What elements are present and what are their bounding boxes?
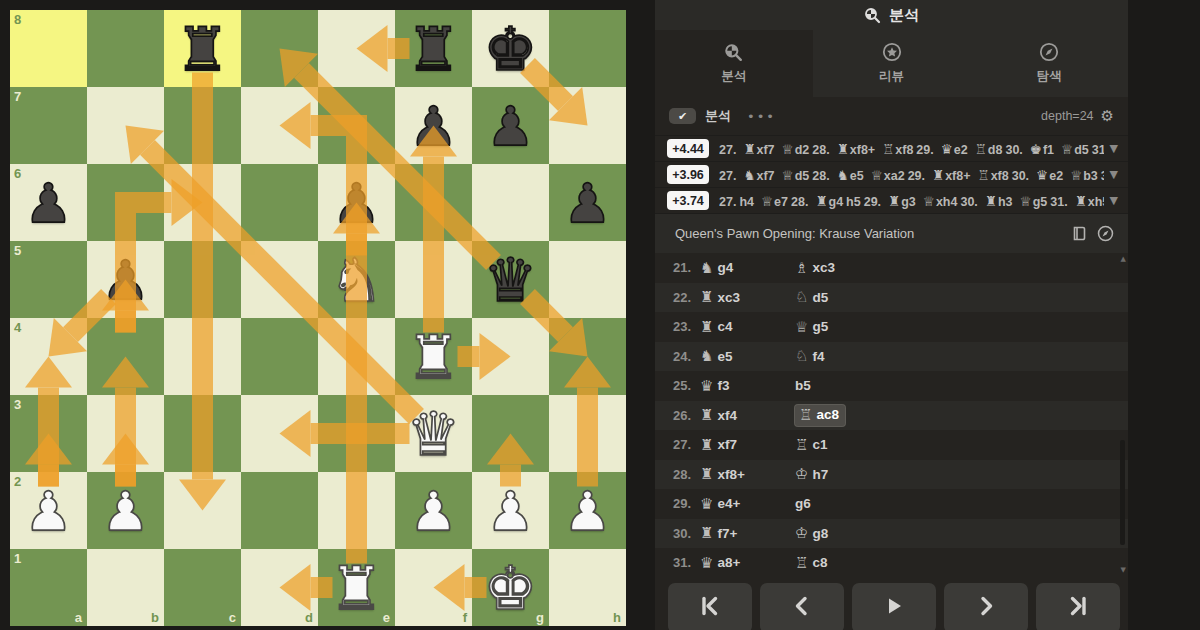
move-number: 24. bbox=[655, 349, 700, 364]
analysis-magnifier-icon bbox=[724, 43, 743, 62]
move-row-31: 31.♛a8+♖c8 bbox=[655, 548, 1128, 578]
black-piece-figurine: ♕ bbox=[1061, 141, 1073, 157]
move-text: e7 bbox=[774, 195, 788, 209]
square-a6[interactable]: 6 bbox=[10, 164, 87, 241]
square-e2[interactable] bbox=[318, 472, 395, 549]
move-number: 27. bbox=[655, 437, 700, 452]
move-text: d5 bbox=[1074, 143, 1089, 157]
skip-to-start-icon bbox=[699, 595, 721, 617]
white-piece-figurine: ♛ bbox=[1036, 167, 1048, 183]
eval-badge: +4.44 bbox=[667, 139, 709, 158]
black-move-28[interactable]: ♔h7 bbox=[795, 465, 890, 483]
white-move-22[interactable]: ♜xc3 bbox=[700, 288, 795, 306]
chevron-down-icon[interactable]: ▼ bbox=[1110, 142, 1118, 155]
move-number: 31. bbox=[655, 555, 700, 570]
white-piece-figurine: ♜ bbox=[700, 406, 713, 424]
square-h8[interactable] bbox=[549, 10, 626, 87]
black-piece-figurine: ♖ bbox=[799, 406, 812, 424]
square-e4[interactable] bbox=[318, 318, 395, 395]
square-h6[interactable] bbox=[549, 164, 626, 241]
chevron-down-icon[interactable]: ▼ bbox=[1110, 168, 1118, 181]
opening-name: Queen's Pawn Opening: Krause Variation bbox=[675, 226, 914, 241]
move-text: xf8+ bbox=[850, 143, 875, 157]
square-f2[interactable] bbox=[395, 472, 472, 549]
move-text: 30. bbox=[1005, 143, 1022, 157]
white-move-31[interactable]: ♛a8+ bbox=[700, 554, 795, 572]
move-text: 29. bbox=[908, 169, 925, 183]
move-row-23: 23.♜c4♕g5 bbox=[655, 312, 1128, 342]
move-text: xh4 bbox=[936, 195, 958, 209]
move-row-26: 26.♜xf4♖ac8 bbox=[655, 401, 1128, 431]
analysis-toggle[interactable]: ✔ bbox=[669, 108, 696, 124]
black-move-22[interactable]: ♘d5 bbox=[795, 288, 890, 306]
black-piece-figurine: ♕ bbox=[761, 193, 773, 209]
white-piece-figurine: ♜ bbox=[743, 141, 755, 157]
white-piece-figurine: ♜ bbox=[815, 193, 827, 209]
white-piece-figurine: ♚ bbox=[1030, 141, 1042, 157]
move-number: 22. bbox=[655, 290, 700, 305]
move-text: d5 bbox=[795, 169, 810, 183]
rank-label-7: 7 bbox=[14, 89, 21, 104]
black-move-27[interactable]: ♖c1 bbox=[795, 436, 890, 454]
black-piece-figurine: ♖ bbox=[978, 167, 990, 183]
square-c4[interactable] bbox=[164, 318, 241, 395]
tab-review-label: 리뷰 bbox=[879, 68, 904, 85]
move-text: b3 bbox=[1083, 169, 1098, 183]
rank-label-8: 8 bbox=[14, 12, 21, 27]
black-piece-figurine: ♕ bbox=[1070, 167, 1082, 183]
square-f1[interactable]: f bbox=[395, 549, 472, 626]
black-piece-figurine: ♖ bbox=[795, 436, 808, 454]
square-d4[interactable] bbox=[241, 318, 318, 395]
white-piece-figurine: ♜ bbox=[837, 141, 849, 157]
square-f8[interactable] bbox=[395, 10, 472, 87]
next-move-button[interactable] bbox=[944, 583, 1028, 630]
scroll-down-icon[interactable]: ▼ bbox=[1121, 566, 1126, 574]
white-piece-figurine: ♞ bbox=[837, 167, 849, 183]
square-b4[interactable] bbox=[87, 318, 164, 395]
tab-analysis[interactable]: 분석 bbox=[655, 30, 813, 97]
white-piece-figurine: ♜ bbox=[1075, 193, 1087, 209]
white-piece-figurine: ♜ bbox=[700, 288, 713, 306]
move-text: 31.⋯ bbox=[1101, 169, 1104, 183]
move-text: g5 bbox=[1033, 195, 1048, 209]
move-row-25: 25.♛f3b5 bbox=[655, 371, 1128, 401]
white-move-25[interactable]: ♛f3 bbox=[700, 377, 795, 395]
square-g8[interactable] bbox=[472, 10, 549, 87]
star-circle-icon bbox=[882, 42, 902, 62]
opening-row[interactable]: Queen's Pawn Opening: Krause Variation bbox=[655, 214, 1128, 253]
square-b2[interactable] bbox=[87, 472, 164, 549]
move-text: f1 bbox=[1043, 143, 1054, 157]
square-d2[interactable] bbox=[241, 472, 318, 549]
rank-label-2: 2 bbox=[14, 474, 21, 489]
move-text: xf7 bbox=[757, 169, 775, 183]
black-piece-figurine: ♕ bbox=[1020, 193, 1032, 209]
first-move-button[interactable] bbox=[668, 583, 752, 630]
move-text: h5 bbox=[846, 195, 861, 209]
white-piece-figurine: ♛ bbox=[700, 377, 713, 395]
engine-depth-label: depth=24 bbox=[1041, 109, 1093, 123]
move-text: g4 bbox=[829, 195, 844, 209]
move-text: xf8 bbox=[991, 169, 1009, 183]
last-move-button[interactable] bbox=[1036, 583, 1120, 630]
white-move-26[interactable]: ♜xf4 bbox=[700, 406, 795, 424]
square-h3[interactable] bbox=[549, 395, 626, 472]
square-d8[interactable] bbox=[241, 10, 318, 87]
move-text: e5 bbox=[850, 169, 864, 183]
move-number: 26. bbox=[655, 408, 700, 423]
move-text: c8 bbox=[812, 555, 827, 570]
move-row-27: 27.♜xf7♖c1 bbox=[655, 430, 1128, 460]
move-text: f7+ bbox=[717, 526, 737, 541]
move-text: g4 bbox=[717, 260, 733, 275]
move-text: 29. bbox=[864, 195, 881, 209]
move-row-28: 28.♜xf8+♔h7 bbox=[655, 460, 1128, 490]
move-text: g3 bbox=[901, 195, 916, 209]
square-b8[interactable] bbox=[87, 10, 164, 87]
square-e5[interactable] bbox=[318, 241, 395, 318]
move-text: d8 bbox=[988, 143, 1003, 157]
panel-title-text: 분석 bbox=[889, 6, 919, 25]
panel-header: 분석 bbox=[655, 0, 1128, 30]
file-label-c: c bbox=[229, 610, 236, 625]
square-g2[interactable] bbox=[472, 472, 549, 549]
black-piece-figurine: ♕ bbox=[782, 141, 794, 157]
explorer-compass-icon[interactable] bbox=[1097, 225, 1114, 242]
white-piece-figurine: ♜ bbox=[700, 318, 713, 336]
engine-line-3[interactable]: +3.7427.h4♕e728.♜g4h529.♜g3♕xh430.♜h3♕g5… bbox=[655, 187, 1128, 213]
gear-icon[interactable]: ⚙ bbox=[1101, 107, 1114, 125]
square-f3[interactable] bbox=[395, 395, 472, 472]
move-text: 30. bbox=[960, 195, 977, 209]
move-text: 27. bbox=[719, 169, 736, 183]
square-h5[interactable] bbox=[549, 241, 626, 318]
move-number: 28. bbox=[655, 467, 700, 482]
square-a7[interactable]: 7 bbox=[10, 87, 87, 164]
move-text: g8 bbox=[812, 526, 828, 541]
chevron-down-icon[interactable]: ▼ bbox=[1110, 194, 1118, 207]
analysis-magnifier-icon bbox=[864, 7, 881, 24]
engine-line-1[interactable]: +4.4427.♜xf7♕d228.♜xf8+♖xf829.♛e2♖d830.♚… bbox=[655, 135, 1128, 161]
black-piece-figurine: ♕ bbox=[795, 318, 808, 336]
square-a1[interactable]: 1a bbox=[10, 549, 87, 626]
file-label-f: f bbox=[463, 610, 467, 625]
black-move-31[interactable]: ♖c8 bbox=[795, 554, 890, 572]
square-a8[interactable]: 8 bbox=[10, 10, 87, 87]
engine-lines: +4.4427.♜xf7♕d228.♜xf8+♖xf829.♛e2♖d830.♚… bbox=[655, 135, 1128, 214]
square-b6[interactable] bbox=[87, 164, 164, 241]
square-d7[interactable] bbox=[241, 87, 318, 164]
square-g4[interactable] bbox=[472, 318, 549, 395]
square-h7[interactable] bbox=[549, 87, 626, 164]
file-label-d: d bbox=[305, 610, 313, 625]
move-text: e4+ bbox=[717, 496, 740, 511]
previous-move-button[interactable] bbox=[760, 583, 844, 630]
move-text: g6 bbox=[795, 496, 811, 511]
eval-badge: +3.74 bbox=[667, 191, 709, 210]
chess-board[interactable]: 87654321abcdefgh ♜♜♚♟♟♟♟♟♟♛♞♜♛♟♟♟♟♟♜♚ bbox=[10, 10, 626, 626]
move-list: ▲ ▼ 21.♞g4♗xc322.♜xc3♘d523.♜c4♕g524.♞e5♘… bbox=[655, 253, 1128, 578]
engine-line-moves: 27.♞xf7♕d528.♞e5♕xa229.♜xf8+♖xf830.♛e2♕b… bbox=[719, 167, 1104, 183]
move-text: 28. bbox=[791, 195, 808, 209]
white-move-28[interactable]: ♜xf8+ bbox=[700, 465, 795, 483]
file-label-g: g bbox=[536, 610, 544, 625]
black-piece-figurine: ♔ bbox=[795, 524, 808, 542]
move-text: xh5 bbox=[1088, 195, 1104, 209]
square-d5[interactable] bbox=[241, 241, 318, 318]
move-text: xf4 bbox=[717, 408, 737, 423]
move-text: h3 bbox=[998, 195, 1013, 209]
analysis-panel: 분석 분석 리뷰 탐색 ✔ 분석 bbox=[655, 0, 1128, 630]
engine-line-2[interactable]: +3.9627.♞xf7♕d528.♞e5♕xa229.♜xf8+♖xf830.… bbox=[655, 161, 1128, 187]
move-text: a8+ bbox=[717, 555, 740, 570]
move-text: 29. bbox=[916, 143, 933, 157]
white-piece-figurine: ♞ bbox=[700, 347, 713, 365]
move-text: 31. bbox=[1050, 195, 1067, 209]
chevron-right-icon bbox=[975, 595, 997, 617]
square-e6[interactable] bbox=[318, 164, 395, 241]
move-text: xf7 bbox=[757, 143, 775, 157]
move-text: h4 bbox=[739, 195, 754, 209]
black-move-30[interactable]: ♔g8 bbox=[795, 524, 890, 542]
white-piece-figurine: ♜ bbox=[700, 465, 713, 483]
move-row-24: 24.♞e5♘f4 bbox=[655, 342, 1128, 372]
selected-move[interactable]: ♖ac8 bbox=[795, 405, 845, 426]
move-row-22: 22.♜xc3♘d5 bbox=[655, 283, 1128, 313]
engine-line-moves: 27.♜xf7♕d228.♜xf8+♖xf829.♛e2♖d830.♚f1♕d5… bbox=[719, 141, 1104, 157]
black-piece-figurine: ♕ bbox=[871, 167, 883, 183]
square-c1[interactable]: c bbox=[164, 549, 241, 626]
tab-review[interactable]: 리뷰 bbox=[813, 30, 971, 97]
tab-explore-label: 탐색 bbox=[1037, 68, 1062, 85]
move-text: 28. bbox=[812, 169, 829, 183]
white-move-21[interactable]: ♞g4 bbox=[700, 259, 795, 277]
chevron-left-icon bbox=[791, 595, 813, 617]
move-text: e5 bbox=[717, 349, 732, 364]
rank-label-3: 3 bbox=[14, 397, 21, 412]
move-text: d5 bbox=[812, 290, 828, 305]
square-e8[interactable] bbox=[318, 10, 395, 87]
square-f5[interactable] bbox=[395, 241, 472, 318]
white-piece-figurine: ♜ bbox=[888, 193, 900, 209]
square-c2[interactable] bbox=[164, 472, 241, 549]
play-icon bbox=[883, 595, 905, 617]
white-move-23[interactable]: ♜c4 bbox=[700, 318, 795, 336]
move-text: 27. bbox=[719, 195, 736, 209]
square-h1[interactable]: h bbox=[549, 549, 626, 626]
move-row-21: 21.♞g4♗xc3 bbox=[655, 253, 1128, 283]
square-h2[interactable] bbox=[549, 472, 626, 549]
rank-label-1: 1 bbox=[14, 551, 21, 566]
move-text: e2 bbox=[954, 143, 968, 157]
eval-badge: +3.96 bbox=[667, 165, 709, 184]
black-piece-figurine: ♖ bbox=[882, 141, 894, 157]
move-text: xa2 bbox=[884, 169, 905, 183]
white-move-27[interactable]: ♜xf7 bbox=[700, 436, 795, 454]
white-piece-figurine: ♜ bbox=[985, 193, 997, 209]
black-piece-figurine: ♔ bbox=[795, 465, 808, 483]
file-label-e: e bbox=[383, 610, 390, 625]
file-label-b: b bbox=[151, 610, 159, 625]
square-d1[interactable]: d bbox=[241, 549, 318, 626]
move-text: xf8 bbox=[895, 143, 913, 157]
move-text: xc3 bbox=[717, 290, 740, 305]
white-piece-figurine: ♛ bbox=[700, 554, 713, 572]
black-piece-figurine: ♖ bbox=[795, 554, 808, 572]
square-g3[interactable] bbox=[472, 395, 549, 472]
opening-book-icon[interactable] bbox=[1072, 226, 1087, 241]
tab-analysis-label: 분석 bbox=[721, 68, 746, 85]
black-move-25[interactable]: b5 bbox=[795, 378, 890, 393]
rank-label-4: 4 bbox=[14, 320, 21, 335]
move-text: b5 bbox=[795, 378, 811, 393]
square-b7[interactable] bbox=[87, 87, 164, 164]
move-text: 30. bbox=[1012, 169, 1029, 183]
compass-icon bbox=[1039, 42, 1059, 62]
move-text: d2 bbox=[795, 143, 810, 157]
scrollbar-thumb[interactable] bbox=[1120, 440, 1125, 545]
white-piece-figurine: ♞ bbox=[743, 167, 755, 183]
square-c7[interactable] bbox=[164, 87, 241, 164]
square-g7[interactable] bbox=[472, 87, 549, 164]
analyze-controls-row: ✔ 분석 ••• depth=24 ⚙ bbox=[655, 97, 1128, 135]
square-f6[interactable] bbox=[395, 164, 472, 241]
square-b5[interactable] bbox=[87, 241, 164, 318]
square-a4[interactable]: 4 bbox=[10, 318, 87, 395]
move-text: 28. bbox=[812, 143, 829, 157]
square-e3[interactable] bbox=[318, 395, 395, 472]
white-piece-figurine: ♜ bbox=[932, 167, 944, 183]
square-a5[interactable]: 5 bbox=[10, 241, 87, 318]
black-move-29[interactable]: g6 bbox=[795, 496, 890, 511]
rank-label-5: 5 bbox=[14, 243, 21, 258]
square-b1[interactable]: b bbox=[87, 549, 164, 626]
black-piece-figurine: ♘ bbox=[795, 347, 808, 365]
black-move-21[interactable]: ♗xc3 bbox=[795, 259, 890, 277]
board-squares[interactable]: 87654321abcdefgh bbox=[10, 10, 626, 626]
analysis-toggle-label: 분석 bbox=[705, 107, 731, 125]
square-c3[interactable] bbox=[164, 395, 241, 472]
move-text: xf7 bbox=[717, 437, 737, 452]
rank-label-6: 6 bbox=[14, 166, 21, 181]
move-text: h7 bbox=[812, 467, 828, 482]
square-c6[interactable] bbox=[164, 164, 241, 241]
black-piece-figurine: ♖ bbox=[975, 141, 987, 157]
square-e7[interactable] bbox=[318, 87, 395, 164]
white-piece-figurine: ♛ bbox=[941, 141, 953, 157]
square-f7[interactable] bbox=[395, 87, 472, 164]
white-move-24[interactable]: ♞e5 bbox=[700, 347, 795, 365]
more-options-icon[interactable]: ••• bbox=[747, 109, 776, 124]
move-text: f3 bbox=[717, 378, 729, 393]
white-move-30[interactable]: ♜f7+ bbox=[700, 524, 795, 542]
square-e1[interactable]: e bbox=[318, 549, 395, 626]
square-c8[interactable] bbox=[164, 10, 241, 87]
move-text: f4 bbox=[812, 349, 824, 364]
move-number: 21. bbox=[655, 260, 700, 275]
white-piece-figurine: ♜ bbox=[700, 524, 713, 542]
move-text: c4 bbox=[717, 319, 732, 334]
square-c5[interactable] bbox=[164, 241, 241, 318]
tab-explore[interactable]: 탐색 bbox=[970, 30, 1128, 97]
move-text: xf8+ bbox=[717, 467, 744, 482]
square-h4[interactable] bbox=[549, 318, 626, 395]
square-g6[interactable] bbox=[472, 164, 549, 241]
move-text: e2 bbox=[1049, 169, 1063, 183]
square-d6[interactable] bbox=[241, 164, 318, 241]
black-piece-figurine: ♕ bbox=[782, 167, 794, 183]
white-piece-figurine: ♛ bbox=[700, 495, 713, 513]
square-a2[interactable]: 2 bbox=[10, 472, 87, 549]
move-text: 27. bbox=[719, 143, 736, 157]
move-text: c1 bbox=[812, 437, 827, 452]
move-number: 23. bbox=[655, 319, 700, 334]
move-number: 30. bbox=[655, 526, 700, 541]
white-piece-figurine: ♜ bbox=[700, 436, 713, 454]
move-text: xc3 bbox=[812, 260, 835, 275]
square-b3[interactable] bbox=[87, 395, 164, 472]
black-move-23[interactable]: ♕g5 bbox=[795, 318, 890, 336]
play-button[interactable] bbox=[852, 583, 936, 630]
black-move-26[interactable]: ♖ac8 bbox=[795, 405, 890, 426]
move-row-29: 29.♛e4+g6 bbox=[655, 489, 1128, 519]
square-f4[interactable] bbox=[395, 318, 472, 395]
move-row-30: 30.♜f7+♔g8 bbox=[655, 519, 1128, 549]
move-number: 25. bbox=[655, 378, 700, 393]
square-g5[interactable] bbox=[472, 241, 549, 318]
white-move-29[interactable]: ♛e4+ bbox=[700, 495, 795, 513]
square-d3[interactable] bbox=[241, 395, 318, 472]
black-move-24[interactable]: ♘f4 bbox=[795, 347, 890, 365]
square-a3[interactable]: 3 bbox=[10, 395, 87, 472]
white-piece-figurine: ♞ bbox=[700, 259, 713, 277]
engine-line-moves: 27.h4♕e728.♜g4h529.♜g3♕xh430.♜h3♕g531.♜x… bbox=[719, 193, 1104, 209]
move-list-scrollbar[interactable] bbox=[1120, 188, 1125, 478]
black-piece-figurine: ♕ bbox=[923, 193, 935, 209]
move-text: xf8+ bbox=[945, 169, 970, 183]
move-number: 29. bbox=[655, 496, 700, 511]
navigation-bar bbox=[655, 583, 1128, 630]
black-piece-figurine: ♗ bbox=[795, 259, 808, 277]
black-piece-figurine: ♘ bbox=[795, 288, 808, 306]
file-label-h: h bbox=[613, 610, 621, 625]
skip-to-end-icon bbox=[1067, 595, 1089, 617]
move-text: g5 bbox=[812, 319, 828, 334]
tab-bar: 분석 리뷰 탐색 bbox=[655, 30, 1128, 97]
check-icon: ✔ bbox=[678, 110, 687, 123]
move-text: 31. bbox=[1092, 143, 1104, 157]
move-text: ac8 bbox=[816, 407, 839, 422]
file-label-a: a bbox=[75, 610, 82, 625]
square-g1[interactable]: g bbox=[472, 549, 549, 626]
